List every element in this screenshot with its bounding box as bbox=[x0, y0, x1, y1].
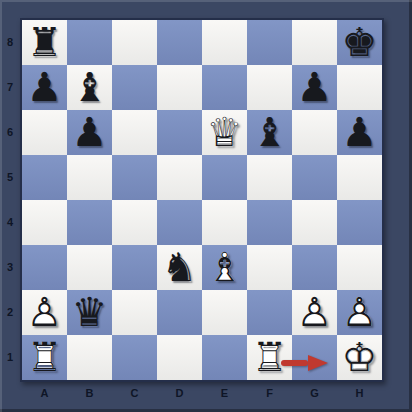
white-pawn-icon: ♙ bbox=[22, 290, 67, 335]
piece-white-king[interactable]: ♚♔ bbox=[337, 335, 382, 380]
square-b5[interactable] bbox=[67, 155, 112, 200]
move-arrow-shaft bbox=[281, 360, 308, 366]
square-b3[interactable] bbox=[67, 245, 112, 290]
piece-black-knight[interactable]: ♞ bbox=[157, 245, 202, 290]
square-c4[interactable] bbox=[112, 200, 157, 245]
move-arrow-head bbox=[308, 355, 328, 371]
file-label-e: E bbox=[202, 386, 247, 400]
square-e2[interactable] bbox=[202, 290, 247, 335]
square-c6[interactable] bbox=[112, 110, 157, 155]
piece-white-queen[interactable]: ♛♕ bbox=[202, 110, 247, 155]
rank-label-5: 5 bbox=[2, 155, 18, 200]
square-d4[interactable] bbox=[157, 200, 202, 245]
square-f4[interactable] bbox=[247, 200, 292, 245]
square-c8[interactable] bbox=[112, 20, 157, 65]
square-b8[interactable] bbox=[67, 20, 112, 65]
square-e5[interactable] bbox=[202, 155, 247, 200]
square-a6[interactable] bbox=[22, 110, 67, 155]
piece-black-pawn[interactable]: ♟ bbox=[67, 110, 112, 155]
black-rook-icon: ♜ bbox=[22, 20, 67, 65]
piece-black-rook[interactable]: ♜ bbox=[22, 20, 67, 65]
piece-black-pawn[interactable]: ♟ bbox=[337, 110, 382, 155]
square-a3[interactable] bbox=[22, 245, 67, 290]
square-c3[interactable] bbox=[112, 245, 157, 290]
square-h4[interactable] bbox=[337, 200, 382, 245]
square-d5[interactable] bbox=[157, 155, 202, 200]
white-pawn-icon: ♙ bbox=[337, 290, 382, 335]
square-g5[interactable] bbox=[292, 155, 337, 200]
square-e7[interactable] bbox=[202, 65, 247, 110]
square-c7[interactable] bbox=[112, 65, 157, 110]
square-c5[interactable] bbox=[112, 155, 157, 200]
piece-black-bishop[interactable]: ♝ bbox=[67, 65, 112, 110]
piece-white-pawn[interactable]: ♟♙ bbox=[22, 290, 67, 335]
square-g6[interactable] bbox=[292, 110, 337, 155]
rank-label-7: 7 bbox=[2, 65, 18, 110]
square-d8[interactable] bbox=[157, 20, 202, 65]
square-f8[interactable] bbox=[247, 20, 292, 65]
black-pawn-icon: ♟ bbox=[67, 110, 112, 155]
black-queen-icon: ♛ bbox=[67, 290, 112, 335]
file-label-f: F bbox=[247, 386, 292, 400]
black-king-icon: ♚ bbox=[337, 20, 382, 65]
piece-white-bishop[interactable]: ♝♗ bbox=[202, 245, 247, 290]
black-pawn-icon: ♟ bbox=[337, 110, 382, 155]
square-h3[interactable] bbox=[337, 245, 382, 290]
square-f7[interactable] bbox=[247, 65, 292, 110]
square-g3[interactable] bbox=[292, 245, 337, 290]
square-b1[interactable] bbox=[67, 335, 112, 380]
square-f5[interactable] bbox=[247, 155, 292, 200]
square-c2[interactable] bbox=[112, 290, 157, 335]
white-rook-icon: ♖ bbox=[22, 335, 67, 380]
square-g8[interactable] bbox=[292, 20, 337, 65]
square-g4[interactable] bbox=[292, 200, 337, 245]
piece-black-queen[interactable]: ♛ bbox=[67, 290, 112, 335]
piece-black-king[interactable]: ♚ bbox=[337, 20, 382, 65]
white-pawn-icon: ♙ bbox=[292, 290, 337, 335]
white-bishop-icon: ♗ bbox=[202, 245, 247, 290]
rank-label-4: 4 bbox=[2, 200, 18, 245]
square-d2[interactable] bbox=[157, 290, 202, 335]
piece-black-bishop[interactable]: ♝ bbox=[247, 110, 292, 155]
black-pawn-icon: ♟ bbox=[22, 65, 67, 110]
square-h5[interactable] bbox=[337, 155, 382, 200]
square-f3[interactable] bbox=[247, 245, 292, 290]
rank-label-1: 1 bbox=[2, 335, 18, 380]
square-a5[interactable] bbox=[22, 155, 67, 200]
black-bishop-icon: ♝ bbox=[247, 110, 292, 155]
move-arrow bbox=[281, 355, 328, 371]
square-e1[interactable] bbox=[202, 335, 247, 380]
file-label-g: G bbox=[292, 386, 337, 400]
white-queen-icon: ♕ bbox=[202, 110, 247, 155]
square-b4[interactable] bbox=[67, 200, 112, 245]
rank-label-3: 3 bbox=[2, 245, 18, 290]
square-e4[interactable] bbox=[202, 200, 247, 245]
square-f2[interactable] bbox=[247, 290, 292, 335]
chess-board-frame: ♜♚♟♝♟♟♛♕♝♟♞♝♗♟♙♛♟♙♟♙♜♖♜♖♚♔ 87654321ABCDE… bbox=[0, 0, 412, 412]
file-label-c: C bbox=[112, 386, 157, 400]
white-king-icon: ♔ bbox=[337, 335, 382, 380]
square-d6[interactable] bbox=[157, 110, 202, 155]
black-knight-icon: ♞ bbox=[157, 245, 202, 290]
square-d7[interactable] bbox=[157, 65, 202, 110]
file-label-a: A bbox=[22, 386, 67, 400]
rank-label-6: 6 bbox=[2, 110, 18, 155]
piece-white-pawn[interactable]: ♟♙ bbox=[337, 290, 382, 335]
square-d1[interactable] bbox=[157, 335, 202, 380]
piece-black-pawn[interactable]: ♟ bbox=[292, 65, 337, 110]
black-pawn-icon: ♟ bbox=[292, 65, 337, 110]
file-label-b: B bbox=[67, 386, 112, 400]
chess-board: ♜♚♟♝♟♟♛♕♝♟♞♝♗♟♙♛♟♙♟♙♜♖♜♖♚♔ bbox=[20, 18, 384, 382]
square-e8[interactable] bbox=[202, 20, 247, 65]
black-bishop-icon: ♝ bbox=[67, 65, 112, 110]
file-label-d: D bbox=[157, 386, 202, 400]
piece-black-pawn[interactable]: ♟ bbox=[22, 65, 67, 110]
piece-white-pawn[interactable]: ♟♙ bbox=[292, 290, 337, 335]
square-a4[interactable] bbox=[22, 200, 67, 245]
rank-label-8: 8 bbox=[2, 20, 18, 65]
piece-white-rook[interactable]: ♜♖ bbox=[22, 335, 67, 380]
square-c1[interactable] bbox=[112, 335, 157, 380]
file-label-h: H bbox=[337, 386, 382, 400]
square-h7[interactable] bbox=[337, 65, 382, 110]
rank-label-2: 2 bbox=[2, 290, 18, 335]
